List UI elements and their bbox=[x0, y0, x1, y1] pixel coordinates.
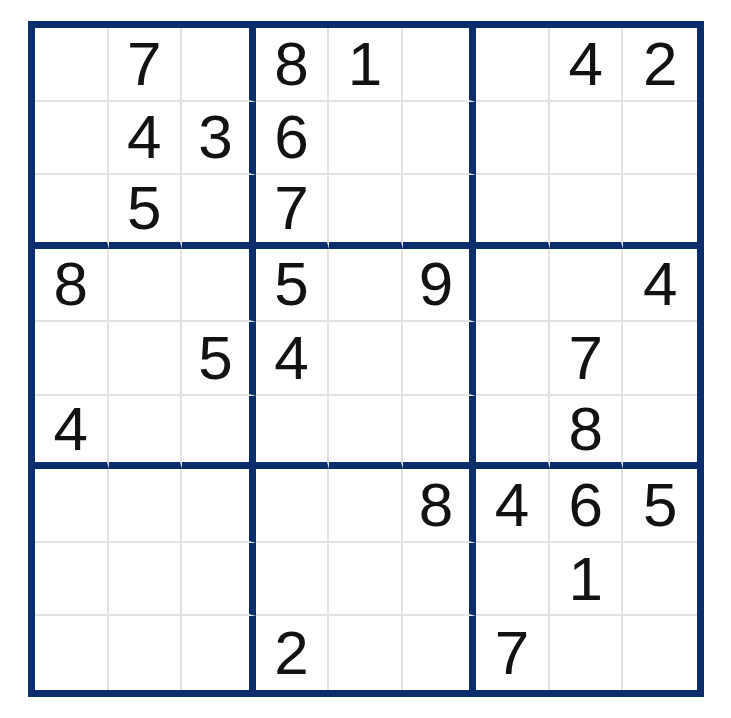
cell-r8c9[interactable] bbox=[623, 543, 697, 617]
cell-r7c8[interactable]: 6 bbox=[550, 469, 624, 543]
cell-r5c6[interactable] bbox=[403, 322, 477, 396]
cell-r9c3[interactable] bbox=[182, 616, 256, 690]
cell-r8c1[interactable] bbox=[35, 543, 109, 617]
cell-r2c6[interactable] bbox=[403, 102, 477, 176]
cell-r5c4[interactable]: 4 bbox=[256, 322, 330, 396]
cell-r3c5[interactable] bbox=[329, 175, 403, 249]
cell-r6c2[interactable] bbox=[109, 396, 183, 470]
cell-r1c3[interactable] bbox=[182, 28, 256, 102]
cell-r2c4[interactable]: 6 bbox=[256, 102, 330, 176]
cell-r1c1[interactable] bbox=[35, 28, 109, 102]
cell-r4c5[interactable] bbox=[329, 249, 403, 323]
cell-r9c5[interactable] bbox=[329, 616, 403, 690]
cell-r1c2[interactable]: 7 bbox=[109, 28, 183, 102]
cell-r6c5[interactable] bbox=[329, 396, 403, 470]
cell-r7c6[interactable]: 8 bbox=[403, 469, 477, 543]
cell-r4c1[interactable]: 8 bbox=[35, 249, 109, 323]
cell-r5c7[interactable] bbox=[476, 322, 550, 396]
cell-r1c7[interactable] bbox=[476, 28, 550, 102]
cell-r6c3[interactable] bbox=[182, 396, 256, 470]
cell-r6c8[interactable]: 8 bbox=[550, 396, 624, 470]
cell-r5c2[interactable] bbox=[109, 322, 183, 396]
cell-r9c2[interactable] bbox=[109, 616, 183, 690]
cell-r6c9[interactable] bbox=[623, 396, 697, 470]
cell-r9c4[interactable]: 2 bbox=[256, 616, 330, 690]
cell-r3c1[interactable] bbox=[35, 175, 109, 249]
cell-r2c3[interactable]: 3 bbox=[182, 102, 256, 176]
cell-r1c8[interactable]: 4 bbox=[550, 28, 624, 102]
cell-r1c5[interactable]: 1 bbox=[329, 28, 403, 102]
cell-r4c2[interactable] bbox=[109, 249, 183, 323]
cell-r4c4[interactable]: 5 bbox=[256, 249, 330, 323]
cell-r8c5[interactable] bbox=[329, 543, 403, 617]
cell-r8c6[interactable] bbox=[403, 543, 477, 617]
cell-r3c8[interactable] bbox=[550, 175, 624, 249]
cell-r7c2[interactable] bbox=[109, 469, 183, 543]
cell-r1c6[interactable] bbox=[403, 28, 477, 102]
cell-r3c6[interactable] bbox=[403, 175, 477, 249]
cell-r3c7[interactable] bbox=[476, 175, 550, 249]
cell-r1c9[interactable]: 2 bbox=[623, 28, 697, 102]
cell-r7c5[interactable] bbox=[329, 469, 403, 543]
cell-r7c3[interactable] bbox=[182, 469, 256, 543]
cell-r2c7[interactable] bbox=[476, 102, 550, 176]
cell-r4c9[interactable]: 4 bbox=[623, 249, 697, 323]
cell-r3c2[interactable]: 5 bbox=[109, 175, 183, 249]
cell-r1c4[interactable]: 8 bbox=[256, 28, 330, 102]
cell-r3c4[interactable]: 7 bbox=[256, 175, 330, 249]
cell-r9c9[interactable] bbox=[623, 616, 697, 690]
cell-r7c1[interactable] bbox=[35, 469, 109, 543]
cell-r2c1[interactable] bbox=[35, 102, 109, 176]
cell-r5c8[interactable]: 7 bbox=[550, 322, 624, 396]
cell-r3c3[interactable] bbox=[182, 175, 256, 249]
cell-r9c7[interactable]: 7 bbox=[476, 616, 550, 690]
cell-r6c6[interactable] bbox=[403, 396, 477, 470]
cell-r4c8[interactable] bbox=[550, 249, 624, 323]
cell-r8c3[interactable] bbox=[182, 543, 256, 617]
cell-r7c7[interactable]: 4 bbox=[476, 469, 550, 543]
cell-r5c9[interactable] bbox=[623, 322, 697, 396]
cell-r2c2[interactable]: 4 bbox=[109, 102, 183, 176]
cell-r7c9[interactable]: 5 bbox=[623, 469, 697, 543]
cell-r8c4[interactable] bbox=[256, 543, 330, 617]
cell-r6c1[interactable]: 4 bbox=[35, 396, 109, 470]
cell-r8c2[interactable] bbox=[109, 543, 183, 617]
cell-r5c1[interactable] bbox=[35, 322, 109, 396]
cell-r5c3[interactable]: 5 bbox=[182, 322, 256, 396]
cell-r4c6[interactable]: 9 bbox=[403, 249, 477, 323]
cell-r2c5[interactable] bbox=[329, 102, 403, 176]
cell-r2c9[interactable] bbox=[623, 102, 697, 176]
sudoku-grid: 78142436578594547488465127 bbox=[35, 28, 697, 690]
cell-r9c8[interactable] bbox=[550, 616, 624, 690]
sudoku-board: 78142436578594547488465127 bbox=[28, 21, 704, 697]
cell-r8c8[interactable]: 1 bbox=[550, 543, 624, 617]
cell-r4c7[interactable] bbox=[476, 249, 550, 323]
cell-r6c4[interactable] bbox=[256, 396, 330, 470]
cell-r8c7[interactable] bbox=[476, 543, 550, 617]
cell-r9c6[interactable] bbox=[403, 616, 477, 690]
cell-r7c4[interactable] bbox=[256, 469, 330, 543]
cell-r4c3[interactable] bbox=[182, 249, 256, 323]
cell-r2c8[interactable] bbox=[550, 102, 624, 176]
cell-r3c9[interactable] bbox=[623, 175, 697, 249]
cell-r6c7[interactable] bbox=[476, 396, 550, 470]
cell-r5c5[interactable] bbox=[329, 322, 403, 396]
sudoku-page: 78142436578594547488465127 bbox=[0, 0, 731, 718]
cell-r9c1[interactable] bbox=[35, 616, 109, 690]
